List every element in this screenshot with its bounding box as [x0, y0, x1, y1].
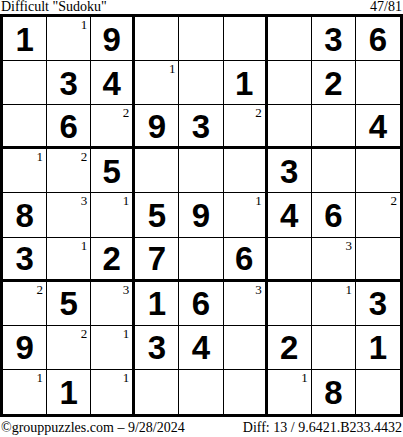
- given-digit: 9: [103, 23, 121, 56]
- given-digit: 2: [103, 242, 121, 275]
- cell-r3c4: 9: [135, 105, 179, 149]
- pencil-mark: 1: [123, 370, 130, 385]
- given-digit: 2: [280, 331, 298, 364]
- cell-r7c4: 1: [135, 282, 179, 326]
- pencil-mark: 1: [123, 193, 130, 208]
- cell-r4c6: [224, 149, 268, 193]
- given-digit: 3: [192, 110, 210, 143]
- cell-r5c4: 5: [135, 193, 179, 237]
- cell-r8c2: 2: [47, 326, 91, 370]
- remaining-counter: 47/81: [370, 0, 402, 13]
- pencil-mark: 1: [345, 282, 352, 297]
- given-digit: 3: [15, 242, 33, 275]
- cell-r4c3: 5: [91, 149, 135, 193]
- cell-r3c6: 2: [224, 105, 268, 149]
- cell-r7c9: 3: [356, 282, 400, 326]
- cell-r5c8: 6: [312, 193, 356, 237]
- cell-r6c3: 2: [91, 238, 135, 282]
- cell-r3c1: [3, 105, 47, 149]
- cell-r3c8: [312, 105, 356, 149]
- cell-r2c9: [356, 61, 400, 105]
- pencil-mark: 1: [301, 370, 308, 385]
- cell-r7c7: [268, 282, 312, 326]
- given-digit: 1: [235, 67, 253, 100]
- cell-r3c9: 4: [356, 105, 400, 149]
- cell-r7c8: 1: [312, 282, 356, 326]
- given-digit: 2: [324, 67, 342, 100]
- given-digit: 1: [59, 376, 77, 409]
- cell-r9c1: 1: [3, 370, 47, 414]
- cell-r2c8: 2: [312, 61, 356, 105]
- pencil-mark: 1: [37, 149, 44, 164]
- given-digit: 6: [369, 23, 387, 56]
- given-digit: 3: [280, 155, 298, 188]
- header: Difficult "Sudoku" 47/81: [0, 0, 403, 14]
- copyright-date: ©grouppuzzles.com – 9/28/2024: [1, 420, 185, 435]
- given-digit: 3: [59, 67, 77, 100]
- pencil-mark: 1: [37, 370, 44, 385]
- cell-r4c1: 1: [3, 149, 47, 193]
- cell-r6c4: 7: [135, 238, 179, 282]
- given-digit: 4: [192, 331, 210, 364]
- cell-r6c2: 1: [47, 238, 91, 282]
- cell-r5c7: 4: [268, 193, 312, 237]
- cell-r3c3: 2: [91, 105, 135, 149]
- cell-r6c8: 3: [312, 238, 356, 282]
- cell-r5c5: 9: [179, 193, 223, 237]
- cell-r9c2: 1: [47, 370, 91, 414]
- sudoku-page: Difficult "Sudoku" 47/81 119363411262932…: [0, 0, 403, 437]
- given-digit: 6: [324, 199, 342, 232]
- cell-r2c2: 3: [47, 61, 91, 105]
- given-digit: 3: [324, 23, 342, 56]
- pencil-mark: 2: [37, 282, 44, 297]
- given-digit: 5: [148, 199, 166, 232]
- cell-r6c1: 3: [3, 238, 47, 282]
- given-digit: 6: [192, 287, 210, 320]
- cell-r1c6: [224, 17, 268, 61]
- cell-r5c6: 1: [224, 193, 268, 237]
- pencil-mark: 1: [81, 17, 88, 32]
- cell-r5c3: 1: [91, 193, 135, 237]
- pencil-mark: 1: [81, 238, 88, 253]
- cell-r6c7: [268, 238, 312, 282]
- cell-r2c6: 1: [224, 61, 268, 105]
- cell-r1c7: [268, 17, 312, 61]
- cell-r4c7: 3: [268, 149, 312, 193]
- cell-r1c1: 1: [3, 17, 47, 61]
- pencil-mark: 2: [81, 326, 88, 341]
- given-digit: 9: [148, 110, 166, 143]
- cell-r2c4: 1: [135, 61, 179, 105]
- cell-r7c3: 3: [91, 282, 135, 326]
- cell-r9c3: 1: [91, 370, 135, 414]
- cell-r1c3: 9: [91, 17, 135, 61]
- cell-r8c8: [312, 326, 356, 370]
- given-digit: 3: [369, 287, 387, 320]
- given-digit: 6: [59, 110, 77, 143]
- cell-r7c1: 2: [3, 282, 47, 326]
- given-digit: 8: [15, 199, 33, 232]
- cell-r8c6: [224, 326, 268, 370]
- pencil-mark: 2: [390, 193, 397, 208]
- cell-r8c4: 3: [135, 326, 179, 370]
- cell-r3c7: [268, 105, 312, 149]
- pencil-mark: 3: [81, 193, 88, 208]
- cell-r1c8: 3: [312, 17, 356, 61]
- cell-r9c5: [179, 370, 223, 414]
- footer: ©grouppuzzles.com – 9/28/2024 Diff: 13 /…: [0, 417, 403, 437]
- cell-r1c9: 6: [356, 17, 400, 61]
- cell-r8c1: 9: [3, 326, 47, 370]
- pencil-mark: 3: [345, 238, 352, 253]
- cell-r2c1: [3, 61, 47, 105]
- given-digit: 5: [103, 155, 121, 188]
- cell-r8c5: 4: [179, 326, 223, 370]
- cell-r3c2: 6: [47, 105, 91, 149]
- sudoku-grid: 1193634112629324125383159146231276325316…: [0, 14, 403, 417]
- cell-r8c7: 2: [268, 326, 312, 370]
- cell-r6c9: [356, 238, 400, 282]
- cell-r9c7: 1: [268, 370, 312, 414]
- given-digit: 3: [148, 331, 166, 364]
- cell-r7c2: 5: [47, 282, 91, 326]
- cell-r9c4: [135, 370, 179, 414]
- puzzle-title: Difficult "Sudoku": [1, 0, 107, 13]
- cell-r7c5: 6: [179, 282, 223, 326]
- cell-r6c6: 6: [224, 238, 268, 282]
- cell-r2c5: [179, 61, 223, 105]
- pencil-mark: 2: [255, 105, 262, 120]
- given-digit: 1: [15, 23, 33, 56]
- cell-r7c6: 3: [224, 282, 268, 326]
- cell-r5c9: 2: [356, 193, 400, 237]
- pencil-mark: 2: [123, 105, 130, 120]
- cell-r8c3: 1: [91, 326, 135, 370]
- cell-r9c9: [356, 370, 400, 414]
- cell-r4c5: [179, 149, 223, 193]
- cell-r1c4: [135, 17, 179, 61]
- cell-r2c7: [268, 61, 312, 105]
- cell-r4c9: [356, 149, 400, 193]
- given-digit: 9: [15, 331, 33, 364]
- cell-r2c3: 4: [91, 61, 135, 105]
- cell-r9c6: [224, 370, 268, 414]
- given-digit: 8: [324, 376, 342, 409]
- given-digit: 6: [235, 242, 253, 275]
- cell-r8c9: 1: [356, 326, 400, 370]
- cell-r1c2: 1: [47, 17, 91, 61]
- pencil-mark: 1: [255, 193, 262, 208]
- difficulty-id: Diff: 13 / 9.6421.B233.4432: [243, 420, 402, 435]
- cell-r4c2: 2: [47, 149, 91, 193]
- cell-r5c2: 3: [47, 193, 91, 237]
- cell-r1c5: [179, 17, 223, 61]
- given-digit: 9: [192, 199, 210, 232]
- pencil-mark: 1: [169, 61, 176, 76]
- given-digit: 5: [59, 287, 77, 320]
- given-digit: 4: [280, 199, 298, 232]
- given-digit: 1: [369, 331, 387, 364]
- pencil-mark: 3: [255, 282, 262, 297]
- cell-r3c5: 3: [179, 105, 223, 149]
- given-digit: 1: [148, 287, 166, 320]
- given-digit: 4: [103, 67, 121, 100]
- cell-r6c5: [179, 238, 223, 282]
- cell-r5c1: 8: [3, 193, 47, 237]
- pencil-mark: 3: [123, 282, 130, 297]
- cell-r4c8: [312, 149, 356, 193]
- cell-r9c8: 8: [312, 370, 356, 414]
- pencil-mark: 2: [81, 149, 88, 164]
- given-digit: 4: [369, 110, 387, 143]
- given-digit: 7: [148, 242, 166, 275]
- pencil-mark: 1: [123, 326, 130, 341]
- cell-r4c4: [135, 149, 179, 193]
